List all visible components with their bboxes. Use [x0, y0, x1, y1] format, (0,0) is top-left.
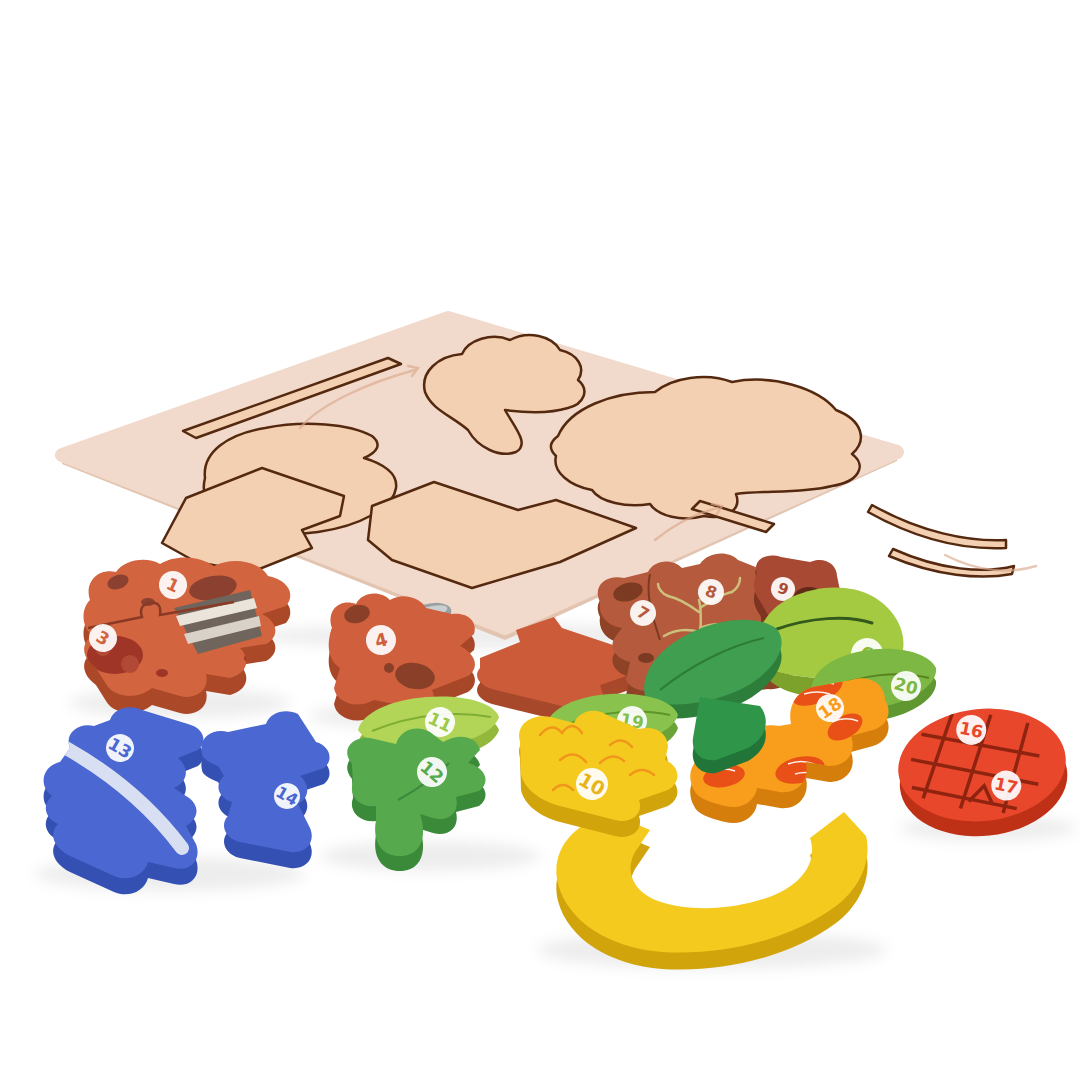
- product-photo-scene: 1 3 4 7: [0, 0, 1080, 1080]
- piece-14: 14: [201, 711, 329, 868]
- board-cutout-band-2: [889, 549, 1014, 577]
- board-cutout-band-1: [868, 505, 1006, 548]
- piece-animal-1-3: 1 3: [84, 557, 291, 713]
- puzzle-photo: 1 3 4 7: [0, 0, 1080, 1080]
- piece-13: 13: [44, 707, 204, 894]
